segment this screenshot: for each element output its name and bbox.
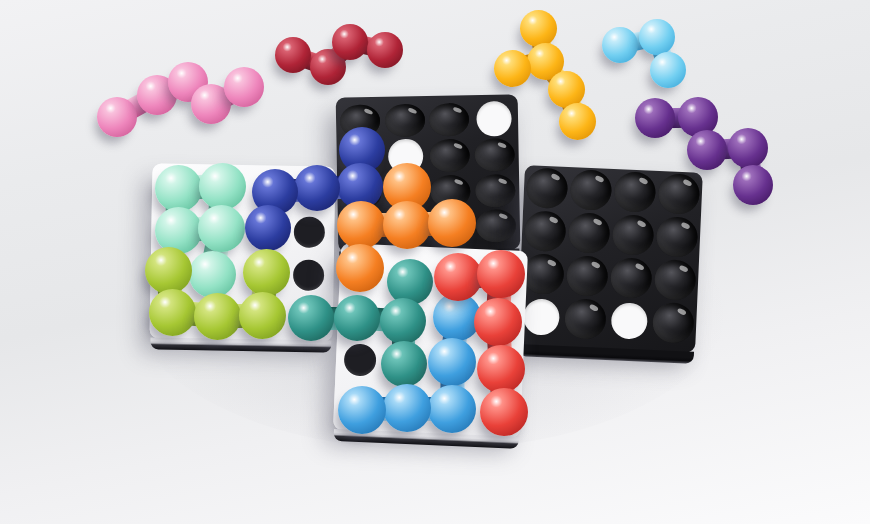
ball-teal [288,295,334,341]
black-socket-dome [612,214,655,256]
tray-cell-right-black-r1c1 [524,166,570,211]
ball-yellow [494,50,531,87]
tray-cell-right-black-r3c3 [608,256,654,301]
tray-cell-right-black-r4c3 [606,298,652,343]
ball-orange [336,244,384,292]
tray-cell-top-black-r3c4 [472,172,517,209]
ball-lime [149,289,196,336]
ball-red [480,388,528,436]
tray-cell-left-white-r2c4 [287,211,332,254]
tray-cell-top-black-r1c2 [382,102,427,139]
tray-cell-right-black-r2c3 [610,213,656,258]
tray-cell-right-black-r2c2 [566,211,612,256]
black-socket-dome [614,171,657,213]
ball-teal [380,298,426,344]
tray-cell-top-black-r2c4 [472,136,517,173]
black-hole [293,259,325,291]
tray-cell-right-black-r1c2 [568,168,614,213]
black-socket-dome [429,103,470,137]
black-socket-dome [658,173,701,215]
ball-mint [155,207,202,254]
black-hole [343,344,376,377]
tray-cell-right-black-r1c4 [656,172,702,217]
tray-cell-top-black-r2c3 [427,137,472,174]
ball-cyan [650,52,686,88]
ball-pink [224,67,264,107]
ball-teal [334,295,380,341]
black-socket-dome [652,302,695,344]
ball-purple [635,98,675,138]
ball-purple [687,130,727,170]
white-hole [476,101,512,137]
ball-lime [243,249,290,296]
tray-cell-right-black-r4c4 [650,300,696,345]
ball-lime [194,293,241,340]
ball-lime [239,292,286,339]
ball-orange [383,201,431,249]
ball-azure [428,385,476,433]
ball-mint [198,205,245,252]
black-socket-dome [610,257,653,299]
black-socket-dome [570,169,613,211]
tray-cell-right-black-r2c1 [522,209,568,254]
ball-purple [728,128,768,168]
ball-yellow [520,10,557,47]
tray-cell-center-white-r3c1 [336,336,384,384]
black-socket-dome [524,210,567,252]
tray-cell-right-black-r2c4 [654,214,700,259]
tray-cell-top-black-r1c4 [471,101,516,138]
black-socket-dome [654,259,697,301]
tray-cell-right-black-r3c2 [564,254,610,299]
black-socket-dome [429,139,470,173]
ball-blue [294,165,340,211]
puzzle-photo-scene [0,0,870,524]
black-socket-dome [475,209,516,243]
ball-cyan [602,27,638,63]
tray-grid-right-black [518,166,701,346]
black-socket-dome [566,255,609,297]
ball-yellow [548,71,585,108]
ball-azure [383,384,431,432]
white-hole [523,298,561,336]
ball-mint [189,251,236,298]
black-socket-dome [526,167,569,209]
black-hole [294,217,326,249]
ball-cyan [639,19,675,55]
ball-yellow [559,103,596,140]
tray-cell-top-black-r4c4 [473,208,518,245]
ball-mint [199,163,246,210]
black-socket-dome [522,253,565,295]
ball-teal [381,341,427,387]
ball-lime [145,247,192,294]
black-socket-dome [568,212,611,254]
ball-pink [97,97,137,137]
tray-cell-top-black-r1c3 [427,101,472,138]
tray-cell-right-black-r3c4 [652,257,698,302]
ball-azure [428,338,476,386]
tray-cell-right-black-r1c3 [612,170,658,215]
ball-orange [337,201,385,249]
black-socket-dome [384,104,425,138]
black-socket-dome [564,298,607,340]
tray-cell-left-white-r3c4 [286,253,331,296]
ball-purple [733,165,773,205]
white-hole [611,302,649,340]
ball-darkred [367,32,403,68]
ball-blue [245,205,291,251]
tray-cell-right-black-r4c2 [562,297,608,342]
ball-red [477,345,525,393]
ball-mint [155,165,202,212]
black-socket-dome [656,216,699,258]
black-socket-dome [475,174,516,208]
ball-orange [428,199,476,247]
ball-darkred [275,37,311,73]
black-socket-dome [474,138,515,172]
ball-red [474,298,522,346]
ball-azure [338,386,386,434]
ball-red [434,253,482,301]
ball-red [477,250,525,298]
ball-darkred [332,24,368,60]
tray-right-black [517,165,703,353]
